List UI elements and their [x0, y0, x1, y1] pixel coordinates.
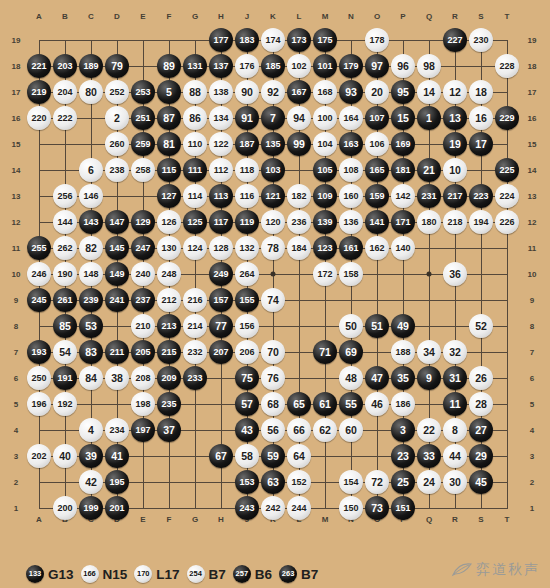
caption-item: 133G13	[26, 565, 74, 583]
stone-F8: 213	[157, 314, 181, 338]
col-label-top: O	[374, 12, 380, 21]
caption-item: 170L17	[134, 565, 179, 583]
stone-N4: 60	[339, 418, 363, 442]
col-label-top: H	[218, 12, 224, 21]
stone-P5: 186	[391, 392, 415, 416]
col-label-bottom: Q	[426, 515, 432, 524]
col-label-top: E	[140, 12, 145, 21]
stone-P6: 35	[391, 366, 415, 390]
stone-J4: 43	[235, 418, 259, 442]
stone-S5: 28	[469, 392, 493, 416]
col-label-bottom: M	[322, 515, 329, 524]
stone-O5: 46	[365, 392, 389, 416]
stone-B8: 85	[53, 314, 77, 338]
stone-C4: 4	[79, 418, 103, 442]
stone-E5: 198	[131, 392, 155, 416]
stone-B9: 261	[53, 288, 77, 312]
stone-B18: 203	[53, 54, 77, 78]
stone-B6: 191	[53, 366, 77, 390]
stone-P13: 142	[391, 184, 415, 208]
stone-B1: 200	[53, 496, 77, 520]
caption-point-label: G13	[48, 567, 74, 582]
row-label-right: 7	[530, 348, 534, 357]
stone-R7: 32	[443, 340, 467, 364]
stone-J9: 155	[235, 288, 259, 312]
stone-R14: 10	[443, 158, 467, 182]
stone-F4: 37	[157, 418, 181, 442]
stone-O2: 72	[365, 470, 389, 494]
stone-J5: 57	[235, 392, 259, 416]
stone-L16: 94	[287, 106, 311, 130]
stone-G13: 114	[183, 184, 207, 208]
stone-Q12: 180	[417, 210, 441, 234]
stone-P3: 23	[391, 444, 415, 468]
row-label-right: 5	[530, 400, 534, 409]
row-label-right: 19	[528, 36, 537, 45]
stone-F9: 212	[157, 288, 181, 312]
stone-E14: 258	[131, 158, 155, 182]
stone-F17: 5	[157, 80, 181, 104]
caption-item: 263B7	[279, 565, 318, 583]
stone-G16: 86	[183, 106, 207, 130]
stone-P8: 49	[391, 314, 415, 338]
stone-D4: 234	[105, 418, 129, 442]
stone-G8: 214	[183, 314, 207, 338]
stone-A7: 193	[27, 340, 51, 364]
stone-L1: 244	[287, 496, 311, 520]
stone-B16: 222	[53, 106, 77, 130]
stone-T13: 224	[495, 184, 519, 208]
stone-R16: 13	[443, 106, 467, 130]
stone-Q2: 24	[417, 470, 441, 494]
feather-icon	[451, 562, 473, 578]
stone-G6: 233	[183, 366, 207, 390]
stone-K17: 92	[261, 80, 285, 104]
stone-D15: 260	[105, 132, 129, 156]
stone-C2: 42	[79, 470, 103, 494]
stone-P1: 151	[391, 496, 415, 520]
stone-R15: 19	[443, 132, 467, 156]
stone-P17: 95	[391, 80, 415, 104]
stone-J18: 176	[235, 54, 259, 78]
stone-B7: 54	[53, 340, 77, 364]
stone-H15: 122	[209, 132, 233, 156]
stone-N2: 154	[339, 470, 363, 494]
row-label-left: 3	[14, 452, 18, 461]
stone-D9: 241	[105, 288, 129, 312]
stone-S15: 17	[469, 132, 493, 156]
stone-O15: 106	[365, 132, 389, 156]
stone-D14: 238	[105, 158, 129, 182]
stone-S6: 26	[469, 366, 493, 390]
stone-D17: 252	[105, 80, 129, 104]
col-label-top: S	[478, 12, 483, 21]
stone-J6: 75	[235, 366, 259, 390]
stone-E10: 240	[131, 262, 155, 286]
stone-N11: 161	[339, 236, 363, 260]
stone-Q4: 22	[417, 418, 441, 442]
stone-C12: 143	[79, 210, 103, 234]
col-label-bottom: S	[478, 515, 483, 524]
row-label-right: 16	[528, 114, 537, 123]
stone-R5: 11	[443, 392, 467, 416]
stone-R2: 30	[443, 470, 467, 494]
stone-M11: 123	[313, 236, 337, 260]
stone-D7: 211	[105, 340, 129, 364]
stone-M18: 101	[313, 54, 337, 78]
stone-L5: 65	[287, 392, 311, 416]
col-label-bottom: H	[218, 515, 224, 524]
stone-E7: 205	[131, 340, 155, 364]
caption-item: 254B7	[187, 565, 226, 583]
stone-P7: 188	[391, 340, 415, 364]
stone-P11: 140	[391, 236, 415, 260]
stone-A3: 202	[27, 444, 51, 468]
stone-C9: 239	[79, 288, 103, 312]
col-label-top: F	[167, 12, 172, 21]
stone-Q3: 33	[417, 444, 441, 468]
stone-N17: 93	[339, 80, 363, 104]
stone-M7: 71	[313, 340, 337, 364]
stone-E6: 208	[131, 366, 155, 390]
row-label-left: 14	[12, 166, 21, 175]
row-label-right: 10	[528, 270, 537, 279]
stone-E16: 251	[131, 106, 155, 130]
stone-D11: 145	[105, 236, 129, 260]
stone-M5: 61	[313, 392, 337, 416]
stone-H10: 249	[209, 262, 233, 286]
col-label-bottom: G	[192, 515, 198, 524]
stone-J1: 243	[235, 496, 259, 520]
stone-C18: 189	[79, 54, 103, 78]
stone-S12: 194	[469, 210, 493, 234]
row-label-right: 12	[528, 218, 537, 227]
stone-N6: 48	[339, 366, 363, 390]
stone-E4: 197	[131, 418, 155, 442]
stone-E15: 259	[131, 132, 155, 156]
stone-P14: 181	[391, 158, 415, 182]
stone-H18: 137	[209, 54, 233, 78]
stone-L13: 182	[287, 184, 311, 208]
stone-K16: 7	[261, 106, 285, 130]
stone-P12: 171	[391, 210, 415, 234]
stone-M15: 104	[313, 132, 337, 156]
stone-T18: 228	[495, 54, 519, 78]
stone-F11: 130	[157, 236, 181, 260]
stone-J2: 153	[235, 470, 259, 494]
row-label-left: 2	[14, 478, 18, 487]
stone-N15: 163	[339, 132, 363, 156]
stone-A9: 245	[27, 288, 51, 312]
stone-J8: 156	[235, 314, 259, 338]
stone-N12: 136	[339, 210, 363, 234]
row-label-left: 4	[14, 426, 18, 435]
row-label-right: 6	[530, 374, 534, 383]
stone-J10: 264	[235, 262, 259, 286]
row-label-right: 17	[528, 88, 537, 97]
stone-G7: 232	[183, 340, 207, 364]
stone-J3: 58	[235, 444, 259, 468]
stone-H14: 112	[209, 158, 233, 182]
caption-stone: 254	[187, 565, 205, 583]
col-label-top: D	[114, 12, 120, 21]
row-label-left: 5	[14, 400, 18, 409]
stone-O8: 51	[365, 314, 389, 338]
col-label-top: J	[245, 12, 249, 21]
stone-H17: 138	[209, 80, 233, 104]
stone-C3: 39	[79, 444, 103, 468]
star-point-K10	[271, 272, 276, 277]
stone-M17: 168	[313, 80, 337, 104]
col-label-bottom: E	[140, 515, 145, 524]
caption-point-label: L17	[156, 567, 179, 582]
row-label-left: 17	[12, 88, 21, 97]
stone-Q7: 34	[417, 340, 441, 364]
stone-S19: 230	[469, 28, 493, 52]
caption-point-label: N15	[103, 567, 128, 582]
stone-E8: 210	[131, 314, 155, 338]
stone-B10: 190	[53, 262, 77, 286]
stone-Q13: 231	[417, 184, 441, 208]
stone-L2: 152	[287, 470, 311, 494]
stone-K12: 120	[261, 210, 285, 234]
stone-C10: 148	[79, 262, 103, 286]
logo-text: 弈道秋声	[476, 561, 540, 579]
stone-K7: 70	[261, 340, 285, 364]
stone-M16: 100	[313, 106, 337, 130]
row-label-right: 11	[528, 244, 536, 253]
row-label-left: 8	[14, 322, 18, 331]
stone-N14: 108	[339, 158, 363, 182]
stone-R6: 31	[443, 366, 467, 390]
grid-line-horizontal	[39, 326, 508, 327]
stone-K14: 103	[261, 158, 285, 182]
stone-P4: 3	[391, 418, 415, 442]
stone-E17: 253	[131, 80, 155, 104]
caption-stone: 166	[81, 565, 99, 583]
row-label-left: 15	[12, 140, 21, 149]
stone-F10: 248	[157, 262, 181, 286]
stone-M10: 172	[313, 262, 337, 286]
row-label-right: 15	[528, 140, 537, 149]
stone-L4: 66	[287, 418, 311, 442]
row-label-right: 8	[530, 322, 534, 331]
caption-bar: 133G13166N15170L17254B7257B6263B7	[26, 565, 318, 583]
stone-G18: 131	[183, 54, 207, 78]
stone-K19: 174	[261, 28, 285, 52]
stone-C13: 146	[79, 184, 103, 208]
row-label-left: 18	[12, 62, 21, 71]
caption-stone: 257	[233, 565, 251, 583]
stone-O6: 47	[365, 366, 389, 390]
row-label-right: 1	[530, 504, 534, 513]
stone-F7: 215	[157, 340, 181, 364]
stone-L19: 173	[287, 28, 311, 52]
stone-F14: 115	[157, 158, 181, 182]
stone-O19: 178	[365, 28, 389, 52]
col-label-top: M	[322, 12, 329, 21]
stone-F13: 127	[157, 184, 181, 208]
col-label-top: K	[270, 12, 276, 21]
col-label-top: B	[62, 12, 68, 21]
col-label-top: L	[297, 12, 302, 21]
row-label-left: 11	[12, 244, 20, 253]
stone-R3: 44	[443, 444, 467, 468]
stone-R10: 36	[443, 262, 467, 286]
stone-N5: 55	[339, 392, 363, 416]
stone-L17: 167	[287, 80, 311, 104]
stone-S2: 45	[469, 470, 493, 494]
stone-O13: 159	[365, 184, 389, 208]
stone-D6: 38	[105, 366, 129, 390]
stone-R12: 218	[443, 210, 467, 234]
stone-R13: 217	[443, 184, 467, 208]
stone-J15: 187	[235, 132, 259, 156]
row-label-left: 10	[12, 270, 21, 279]
stone-C17: 80	[79, 80, 103, 104]
stone-K11: 78	[261, 236, 285, 260]
stone-L12: 236	[287, 210, 311, 234]
row-label-right: 3	[530, 452, 534, 461]
caption-item: 257B6	[233, 565, 272, 583]
stone-H3: 67	[209, 444, 233, 468]
stone-L11: 184	[287, 236, 311, 260]
stone-K15: 135	[261, 132, 285, 156]
stone-K5: 68	[261, 392, 285, 416]
col-label-top: C	[88, 12, 94, 21]
stone-F12: 126	[157, 210, 181, 234]
stone-K3: 59	[261, 444, 285, 468]
row-label-left: 13	[12, 192, 21, 201]
row-label-right: 4	[530, 426, 534, 435]
caption-stone: 170	[134, 565, 152, 583]
stone-J7: 206	[235, 340, 259, 364]
stone-H19: 177	[209, 28, 233, 52]
stone-E9: 237	[131, 288, 155, 312]
col-label-top: P	[400, 12, 405, 21]
caption-stone: 133	[26, 565, 44, 583]
stone-O11: 162	[365, 236, 389, 260]
stone-G12: 125	[183, 210, 207, 234]
stone-B5: 192	[53, 392, 77, 416]
stone-O12: 141	[365, 210, 389, 234]
stone-O17: 20	[365, 80, 389, 104]
stone-O18: 97	[365, 54, 389, 78]
caption-point-label: B6	[255, 567, 272, 582]
stone-K1: 242	[261, 496, 285, 520]
stone-D16: 2	[105, 106, 129, 130]
stone-O14: 165	[365, 158, 389, 182]
stone-F6: 209	[157, 366, 181, 390]
stone-S8: 52	[469, 314, 493, 338]
stone-Q6: 9	[417, 366, 441, 390]
stone-D3: 41	[105, 444, 129, 468]
col-label-bottom: R	[452, 515, 458, 524]
stone-D2: 195	[105, 470, 129, 494]
stone-M14: 105	[313, 158, 337, 182]
stone-O1: 73	[365, 496, 389, 520]
stone-J11: 132	[235, 236, 259, 260]
stone-H16: 134	[209, 106, 233, 130]
stone-P18: 96	[391, 54, 415, 78]
stone-T16: 229	[495, 106, 519, 130]
stone-B11: 262	[53, 236, 77, 260]
caption-point-label: B7	[301, 567, 318, 582]
stone-C11: 82	[79, 236, 103, 260]
stone-S16: 16	[469, 106, 493, 130]
stone-J19: 183	[235, 28, 259, 52]
stone-E12: 129	[131, 210, 155, 234]
stone-H7: 207	[209, 340, 233, 364]
stone-H13: 113	[209, 184, 233, 208]
row-label-left: 9	[14, 296, 18, 305]
stone-A5: 196	[27, 392, 51, 416]
stone-F15: 81	[157, 132, 181, 156]
stone-A18: 221	[27, 54, 51, 78]
stone-P16: 15	[391, 106, 415, 130]
stone-B3: 40	[53, 444, 77, 468]
col-label-top: T	[505, 12, 510, 21]
stone-G9: 216	[183, 288, 207, 312]
stone-Q16: 1	[417, 106, 441, 130]
stone-Q14: 21	[417, 158, 441, 182]
stone-O16: 107	[365, 106, 389, 130]
stone-L15: 99	[287, 132, 311, 156]
stone-F18: 89	[157, 54, 181, 78]
stone-A6: 250	[27, 366, 51, 390]
col-label-bottom: T	[505, 515, 510, 524]
stone-N16: 164	[339, 106, 363, 130]
stone-P15: 169	[391, 132, 415, 156]
stone-D1: 201	[105, 496, 129, 520]
stone-A17: 219	[27, 80, 51, 104]
col-label-top: N	[348, 12, 354, 21]
row-label-right: 9	[530, 296, 534, 305]
stone-J14: 118	[235, 158, 259, 182]
stone-K4: 56	[261, 418, 285, 442]
stone-M19: 175	[313, 28, 337, 52]
stone-D12: 147	[105, 210, 129, 234]
stone-H8: 77	[209, 314, 233, 338]
stone-B17: 204	[53, 80, 77, 104]
stone-K9: 74	[261, 288, 285, 312]
stone-R19: 227	[443, 28, 467, 52]
stone-T14: 225	[495, 158, 519, 182]
row-label-left: 1	[14, 504, 18, 513]
stone-M13: 109	[313, 184, 337, 208]
go-kifu-diagram: AABBCCDDEEFFGGHHJJKKLLMMNNOOPPQQRRSSTT19…	[0, 0, 550, 588]
stone-K6: 76	[261, 366, 285, 390]
stone-K18: 185	[261, 54, 285, 78]
stone-C14: 6	[79, 158, 103, 182]
stone-S4: 27	[469, 418, 493, 442]
stone-D10: 149	[105, 262, 129, 286]
stone-M4: 62	[313, 418, 337, 442]
stone-D18: 79	[105, 54, 129, 78]
caption-point-label: B7	[209, 567, 226, 582]
col-label-bottom: A	[36, 515, 42, 524]
stone-C6: 84	[79, 366, 103, 390]
stone-G15: 110	[183, 132, 207, 156]
star-point-Q10	[427, 272, 432, 277]
col-label-bottom: F	[167, 515, 172, 524]
stone-B13: 256	[53, 184, 77, 208]
row-label-left: 6	[14, 374, 18, 383]
stone-N10: 158	[339, 262, 363, 286]
stone-H12: 117	[209, 210, 233, 234]
col-label-top: G	[192, 12, 198, 21]
logo: 弈道秋声	[451, 561, 540, 579]
